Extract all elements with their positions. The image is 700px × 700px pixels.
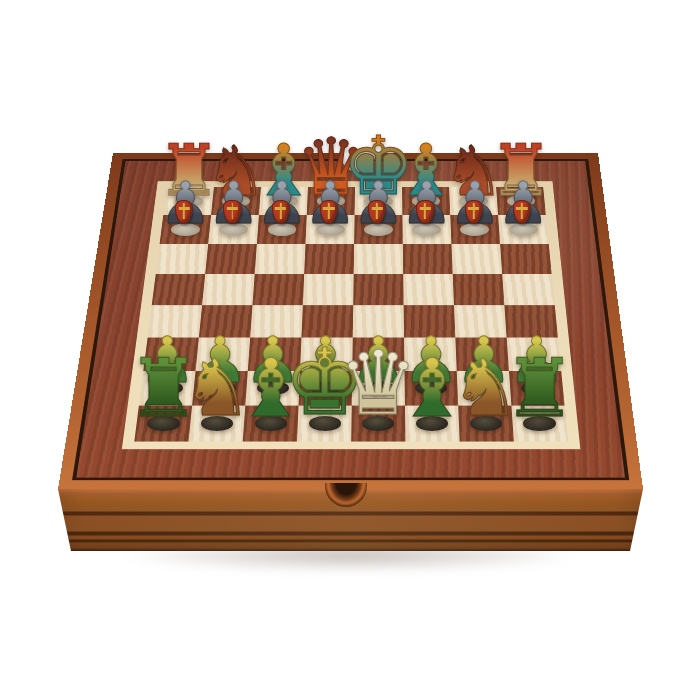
square-b8 xyxy=(211,187,261,215)
square-a5 xyxy=(152,274,205,305)
square-d8 xyxy=(307,187,355,215)
square-h1 xyxy=(511,406,568,442)
square-f7 xyxy=(402,215,451,244)
square-f5 xyxy=(403,274,454,305)
square-e8 xyxy=(355,187,403,215)
square-e7 xyxy=(354,215,403,244)
square-e2 xyxy=(352,371,405,406)
square-c7 xyxy=(257,215,307,244)
chess-board xyxy=(134,187,568,441)
square-g1 xyxy=(458,406,514,442)
square-f1 xyxy=(405,406,460,442)
square-d2 xyxy=(299,371,353,406)
square-e1 xyxy=(351,406,405,442)
square-c4 xyxy=(250,305,303,337)
square-g2 xyxy=(457,371,512,406)
square-d1 xyxy=(297,406,352,442)
square-b3 xyxy=(196,338,251,371)
square-f6 xyxy=(403,244,453,274)
square-g5 xyxy=(453,274,505,305)
square-b2 xyxy=(192,371,248,406)
square-c3 xyxy=(248,338,302,371)
square-h2 xyxy=(509,371,565,406)
square-g3 xyxy=(455,338,509,371)
square-e3 xyxy=(352,338,404,371)
square-c8 xyxy=(259,187,308,215)
square-d3 xyxy=(300,338,353,371)
square-d6 xyxy=(304,244,354,274)
square-h7 xyxy=(498,215,549,244)
square-d7 xyxy=(305,215,354,244)
square-h5 xyxy=(502,274,555,305)
square-a4 xyxy=(148,305,203,337)
square-e4 xyxy=(353,305,404,337)
square-a8 xyxy=(163,187,214,215)
square-f3 xyxy=(404,338,457,371)
square-b5 xyxy=(202,274,255,305)
square-a7 xyxy=(160,215,212,244)
square-f2 xyxy=(404,371,458,406)
square-c6 xyxy=(255,244,306,274)
square-g4 xyxy=(454,305,507,337)
square-a6 xyxy=(156,244,208,274)
product-photo-scene: ♜♞♝♛♚♝♞♜♟♟♟♟♟♟♟♟♟♟♟♟♟♟♟♟♜♞♝♚♛♝♞♜ xyxy=(0,0,700,700)
square-b7 xyxy=(208,215,259,244)
square-b1 xyxy=(189,406,246,442)
square-g6 xyxy=(451,244,502,274)
square-f8 xyxy=(402,187,450,215)
square-a3 xyxy=(143,338,199,371)
square-e6 xyxy=(354,244,404,274)
square-h6 xyxy=(500,244,552,274)
square-a2 xyxy=(139,371,196,406)
square-c5 xyxy=(252,274,304,305)
square-d5 xyxy=(303,274,354,305)
square-e5 xyxy=(353,274,403,305)
square-c1 xyxy=(243,406,299,442)
square-c2 xyxy=(245,371,300,406)
chess-box-lid xyxy=(58,153,643,489)
square-h8 xyxy=(496,187,546,215)
square-g7 xyxy=(450,215,500,244)
square-f4 xyxy=(404,305,456,337)
square-a1 xyxy=(134,406,192,442)
square-b6 xyxy=(205,244,257,274)
square-b4 xyxy=(199,305,253,337)
square-d4 xyxy=(301,305,353,337)
square-h3 xyxy=(507,338,562,371)
square-h4 xyxy=(504,305,558,337)
square-g8 xyxy=(449,187,498,215)
